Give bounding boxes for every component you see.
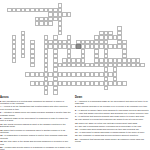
clue-number: 2. xyxy=(0,100,2,102)
grid-cell[interactable] xyxy=(44,90,49,95)
across-heading: Across xyxy=(0,96,72,99)
clue-item: 11. The amount of a good that producers … xyxy=(75,118,150,121)
grid-cell[interactable] xyxy=(58,31,63,36)
grid-cell[interactable] xyxy=(48,21,53,26)
grid-cell[interactable] xyxy=(140,63,145,68)
clue-number: 7. xyxy=(75,112,77,114)
clue-number: 10. xyxy=(0,123,3,125)
clue-item: 4. A record of all the transactions that… xyxy=(0,105,72,110)
across-list: 2. The operations of a central bank regu… xyxy=(0,100,72,150)
clue-item: 1. A payment to a household made by the … xyxy=(75,100,150,105)
clue-item: 20. A person who invests money in a busi… xyxy=(0,146,72,150)
clue-number: 1. xyxy=(75,100,77,102)
clue-number: 6. xyxy=(0,111,2,113)
grid-cell[interactable] xyxy=(67,12,72,17)
clue-item: 8. A payment made by the government to p… xyxy=(0,117,72,122)
clue-number: 17. xyxy=(75,131,78,133)
grid-cell[interactable] xyxy=(53,90,58,95)
clue-item: 15. An organization of workers formed to… xyxy=(0,134,72,139)
crossword-page: Across 2. The operations of a central ba… xyxy=(0,0,150,150)
clue-number: 15. xyxy=(0,134,3,136)
down-list: 1. A payment to a household made by the … xyxy=(75,100,150,143)
grid-cell[interactable] xyxy=(104,86,109,91)
crossword-grid[interactable] xyxy=(0,0,150,96)
clue-number: 11. xyxy=(75,118,78,120)
grid-cell[interactable] xyxy=(21,54,26,59)
clue-number: 4. xyxy=(0,105,2,107)
clue-number: 12. xyxy=(0,129,3,131)
clue-item: 17. An agreement in which ownership of g… xyxy=(75,131,150,134)
clue-number: 14. xyxy=(75,125,78,127)
clue-item: 16. A person who buys goods and services… xyxy=(75,128,150,131)
clue-lists: Across 2. The operations of a central ba… xyxy=(0,96,150,150)
clue-number: 20. xyxy=(0,146,3,148)
clue-item: 19. The exchange of goods and services b… xyxy=(75,134,150,137)
clue-number: 8. xyxy=(0,117,2,119)
clue-number: 19. xyxy=(75,134,78,136)
grid-cell[interactable] xyxy=(12,58,17,63)
clue-item: 5. An amount of money taken from earning… xyxy=(75,109,150,112)
clue-item: 12. Money that a person or a business ow… xyxy=(0,129,72,134)
clue-number: 13. xyxy=(75,122,78,124)
clue-item: 18. The total value of the goods and ser… xyxy=(0,140,72,145)
clue-number: 18. xyxy=(0,140,3,142)
clue-number: 16. xyxy=(75,128,78,130)
clue-item: 21. A document that shows how much money… xyxy=(75,138,150,143)
grid-cell[interactable] xyxy=(122,81,127,86)
grid-cell[interactable] xyxy=(30,63,35,68)
clue-number: 9. xyxy=(75,115,77,117)
clue-number: 5. xyxy=(75,109,77,111)
down-heading: Down xyxy=(75,96,150,99)
clue-item: 3. The general increase in the average l… xyxy=(75,105,150,108)
clue-item: 13. Money set aside for future use inste… xyxy=(75,122,150,125)
clue-number: 3. xyxy=(75,105,77,107)
clue-item: 7. A plan that shows expected income and… xyxy=(75,112,150,115)
down-clues: Down 1. A payment to a household made by… xyxy=(75,96,150,150)
clue-item: 2. The operations of a central bank regu… xyxy=(0,100,72,105)
clue-item: 6. A situation in which prices rise rapi… xyxy=(0,111,72,116)
clue-item: 14. The cost of borrowing money expresse… xyxy=(75,125,150,128)
clue-item: 9. An institution that accepts deposits … xyxy=(75,115,150,118)
across-clues: Across 2. The operations of a central ba… xyxy=(0,96,72,150)
clue-item: 10. The official currency shared by most… xyxy=(0,123,72,128)
clue-number: 21. xyxy=(75,138,78,140)
